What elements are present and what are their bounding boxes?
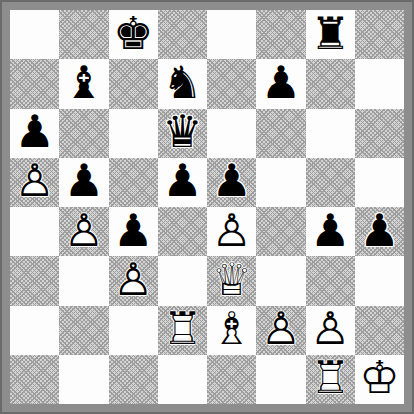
square-e8[interactable] [207, 10, 256, 59]
piece-glyph: ♟ [261, 60, 301, 105]
square-c7[interactable] [109, 59, 158, 108]
square-c2[interactable] [109, 306, 158, 355]
piece-glyph: ♟ [14, 109, 54, 154]
square-e5[interactable]: ♟ [207, 158, 256, 207]
piece-outline-layer: ♙ [310, 306, 350, 351]
black-pawn[interactable]: ♟ [355, 207, 404, 256]
black-pawn[interactable]: ♟ [256, 59, 305, 108]
black-pawn[interactable]: ♟ [59, 158, 108, 207]
square-d7[interactable]: ♞ [158, 59, 207, 108]
black-knight[interactable]: ♞ [158, 59, 207, 108]
square-c6[interactable] [109, 109, 158, 158]
square-b4[interactable]: ♟♙ [59, 207, 108, 256]
white-queen[interactable]: ♛♕ [207, 256, 256, 305]
square-d4[interactable] [158, 207, 207, 256]
square-g8[interactable]: ♜ [306, 10, 355, 59]
piece-glyph: ♜ [310, 10, 350, 55]
piece-outline-layer: ♙ [64, 207, 104, 252]
square-h4[interactable]: ♟ [355, 207, 404, 256]
square-b8[interactable] [59, 10, 108, 59]
chess-board: ♚♜♝♞♟♟♛♟♙♟♟♟♟♙♟♟♙♟♟♟♙♛♕♜♖♝♗♟♙♟♙♜♖♚♔ [10, 10, 404, 404]
square-d5[interactable]: ♟ [158, 158, 207, 207]
square-h7[interactable] [355, 59, 404, 108]
square-b5[interactable]: ♟ [59, 158, 108, 207]
white-pawn[interactable]: ♟♙ [207, 207, 256, 256]
square-h8[interactable] [355, 10, 404, 59]
piece-glyph: ♛ [162, 109, 202, 154]
square-a8[interactable] [10, 10, 59, 59]
square-d8[interactable] [158, 10, 207, 59]
square-h6[interactable] [355, 109, 404, 158]
square-b2[interactable] [59, 306, 108, 355]
square-e7[interactable] [207, 59, 256, 108]
square-e1[interactable] [207, 355, 256, 404]
square-b6[interactable] [59, 109, 108, 158]
square-d2[interactable]: ♜♖ [158, 306, 207, 355]
white-pawn[interactable]: ♟♙ [109, 256, 158, 305]
square-e2[interactable]: ♝♗ [207, 306, 256, 355]
black-pawn[interactable]: ♟ [109, 207, 158, 256]
square-a3[interactable] [10, 256, 59, 305]
board-frame: ♚♜♝♞♟♟♛♟♙♟♟♟♟♙♟♟♙♟♟♟♙♛♕♜♖♝♗♟♙♟♙♜♖♚♔ [0, 0, 414, 414]
piece-glyph: ♟ [162, 158, 202, 203]
square-c8[interactable]: ♚ [109, 10, 158, 59]
piece-glyph: ♞ [162, 60, 202, 105]
white-pawn[interactable]: ♟♙ [10, 158, 59, 207]
square-h1[interactable]: ♚♔ [355, 355, 404, 404]
piece-glyph: ♚ [113, 10, 153, 55]
square-h2[interactable] [355, 306, 404, 355]
square-a2[interactable] [10, 306, 59, 355]
piece-glyph: ♟ [211, 158, 251, 203]
square-c4[interactable]: ♟ [109, 207, 158, 256]
white-pawn[interactable]: ♟♙ [256, 306, 305, 355]
square-a6[interactable]: ♟ [10, 109, 59, 158]
black-pawn[interactable]: ♟ [306, 207, 355, 256]
square-g7[interactable] [306, 59, 355, 108]
square-c1[interactable] [109, 355, 158, 404]
square-b7[interactable]: ♝ [59, 59, 108, 108]
piece-outline-layer: ♗ [211, 306, 251, 351]
piece-glyph: ♟ [113, 207, 153, 252]
piece-glyph: ♟ [64, 158, 104, 203]
black-queen[interactable]: ♛ [158, 109, 207, 158]
piece-glyph: ♟ [310, 207, 350, 252]
square-g1[interactable]: ♜♖ [306, 355, 355, 404]
piece-outline-layer: ♖ [310, 355, 350, 400]
square-g4[interactable]: ♟ [306, 207, 355, 256]
piece-outline-layer: ♙ [261, 306, 301, 351]
square-h5[interactable] [355, 158, 404, 207]
square-e3[interactable]: ♛♕ [207, 256, 256, 305]
square-f8[interactable] [256, 10, 305, 59]
black-rook[interactable]: ♜ [306, 10, 355, 59]
piece-outline-layer: ♙ [113, 257, 153, 302]
square-f4[interactable] [256, 207, 305, 256]
square-e4[interactable]: ♟♙ [207, 207, 256, 256]
piece-glyph: ♟ [359, 207, 399, 252]
square-a1[interactable] [10, 355, 59, 404]
piece-outline-layer: ♖ [162, 306, 202, 351]
piece-outline-layer: ♕ [211, 257, 251, 302]
square-h3[interactable] [355, 256, 404, 305]
square-a4[interactable] [10, 207, 59, 256]
white-pawn[interactable]: ♟♙ [306, 306, 355, 355]
square-d1[interactable] [158, 355, 207, 404]
square-f6[interactable] [256, 109, 305, 158]
white-rook[interactable]: ♜♖ [158, 306, 207, 355]
white-king[interactable]: ♚♔ [355, 355, 404, 404]
square-g3[interactable] [306, 256, 355, 305]
square-g6[interactable] [306, 109, 355, 158]
piece-outline-layer: ♙ [211, 207, 251, 252]
square-f5[interactable] [256, 158, 305, 207]
square-f1[interactable] [256, 355, 305, 404]
square-g2[interactable]: ♟♙ [306, 306, 355, 355]
square-f3[interactable] [256, 256, 305, 305]
black-pawn[interactable]: ♟ [158, 158, 207, 207]
piece-glyph: ♝ [64, 60, 104, 105]
square-a5[interactable]: ♟♙ [10, 158, 59, 207]
piece-outline-layer: ♔ [359, 355, 399, 400]
piece-outline-layer: ♙ [14, 158, 54, 203]
square-b3[interactable] [59, 256, 108, 305]
white-rook[interactable]: ♜♖ [306, 355, 355, 404]
square-f7[interactable]: ♟ [256, 59, 305, 108]
black-bishop[interactable]: ♝ [59, 59, 108, 108]
square-e6[interactable] [207, 109, 256, 158]
square-d3[interactable] [158, 256, 207, 305]
black-pawn[interactable]: ♟ [10, 109, 59, 158]
black-king[interactable]: ♚ [109, 10, 158, 59]
square-c3[interactable]: ♟♙ [109, 256, 158, 305]
square-c5[interactable] [109, 158, 158, 207]
white-bishop[interactable]: ♝♗ [207, 306, 256, 355]
square-b1[interactable] [59, 355, 108, 404]
square-f2[interactable]: ♟♙ [256, 306, 305, 355]
square-d6[interactable]: ♛ [158, 109, 207, 158]
black-pawn[interactable]: ♟ [207, 158, 256, 207]
square-g5[interactable] [306, 158, 355, 207]
white-pawn[interactable]: ♟♙ [59, 207, 108, 256]
square-a7[interactable] [10, 59, 59, 108]
